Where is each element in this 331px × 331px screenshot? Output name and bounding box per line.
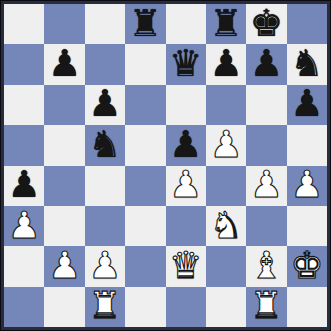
square-c5[interactable]: ♞ [85, 125, 125, 165]
square-f8[interactable]: ♜ [206, 4, 246, 44]
square-f6[interactable] [206, 85, 246, 125]
square-f5[interactable]: ♟ [206, 125, 246, 165]
square-d2[interactable] [125, 246, 165, 286]
black-rook-f8[interactable]: ♜ [209, 5, 242, 42]
square-e4[interactable]: ♟ [166, 166, 206, 206]
chess-board-frame: ♜♜♚♟♛♟♟♞♟♟♞♟♟♟♟♟♟♟♞♟♟♛♝♚♜♜ [0, 0, 331, 331]
square-c1[interactable]: ♜ [85, 287, 125, 327]
black-rook-d8[interactable]: ♜ [129, 5, 162, 42]
square-a8[interactable] [4, 4, 44, 44]
square-d6[interactable] [125, 85, 165, 125]
square-h1[interactable] [287, 287, 327, 327]
square-d8[interactable]: ♜ [125, 4, 165, 44]
square-f4[interactable] [206, 166, 246, 206]
square-e5[interactable]: ♟ [166, 125, 206, 165]
square-a3[interactable]: ♟ [4, 206, 44, 246]
square-e3[interactable] [166, 206, 206, 246]
square-b8[interactable] [44, 4, 84, 44]
square-h7[interactable]: ♞ [287, 44, 327, 84]
square-h2[interactable]: ♚ [287, 246, 327, 286]
square-c6[interactable]: ♟ [85, 85, 125, 125]
square-g8[interactable]: ♚ [246, 4, 286, 44]
square-b2[interactable]: ♟ [44, 246, 84, 286]
square-b5[interactable] [44, 125, 84, 165]
white-pawn-c2[interactable]: ♟ [88, 247, 121, 284]
square-h4[interactable]: ♟ [287, 166, 327, 206]
square-g6[interactable] [246, 85, 286, 125]
square-e1[interactable] [166, 287, 206, 327]
black-pawn-e5[interactable]: ♟ [169, 126, 202, 163]
square-f1[interactable] [206, 287, 246, 327]
square-b4[interactable] [44, 166, 84, 206]
square-f2[interactable] [206, 246, 246, 286]
square-d4[interactable] [125, 166, 165, 206]
square-d5[interactable] [125, 125, 165, 165]
square-d7[interactable] [125, 44, 165, 84]
black-knight-c5[interactable]: ♞ [88, 126, 121, 163]
white-pawn-e4[interactable]: ♟ [169, 166, 202, 203]
square-h8[interactable] [287, 4, 327, 44]
square-g7[interactable]: ♟ [246, 44, 286, 84]
white-pawn-b2[interactable]: ♟ [48, 247, 81, 284]
square-f7[interactable]: ♟ [206, 44, 246, 84]
black-pawn-h6[interactable]: ♟ [290, 85, 323, 122]
white-pawn-g4[interactable]: ♟ [250, 166, 283, 203]
white-bishop-g2[interactable]: ♝ [250, 247, 283, 284]
black-pawn-c6[interactable]: ♟ [88, 85, 121, 122]
square-g2[interactable]: ♝ [246, 246, 286, 286]
square-e8[interactable] [166, 4, 206, 44]
white-queen-e2[interactable]: ♛ [169, 247, 202, 284]
white-knight-f3[interactable]: ♞ [209, 207, 242, 244]
square-e2[interactable]: ♛ [166, 246, 206, 286]
black-pawn-b7[interactable]: ♟ [48, 45, 81, 82]
white-rook-c1[interactable]: ♜ [88, 287, 121, 324]
square-b7[interactable]: ♟ [44, 44, 84, 84]
black-pawn-f7[interactable]: ♟ [209, 45, 242, 82]
square-a5[interactable] [4, 125, 44, 165]
square-d1[interactable] [125, 287, 165, 327]
square-a1[interactable] [4, 287, 44, 327]
square-a6[interactable] [4, 85, 44, 125]
square-e7[interactable]: ♛ [166, 44, 206, 84]
square-g5[interactable] [246, 125, 286, 165]
white-pawn-h4[interactable]: ♟ [290, 166, 323, 203]
white-pawn-f5[interactable]: ♟ [209, 126, 242, 163]
white-king-h2[interactable]: ♚ [290, 247, 323, 284]
square-g3[interactable] [246, 206, 286, 246]
chess-board: ♜♜♚♟♛♟♟♞♟♟♞♟♟♟♟♟♟♟♞♟♟♛♝♚♜♜ [4, 4, 327, 327]
square-b6[interactable] [44, 85, 84, 125]
square-c4[interactable] [85, 166, 125, 206]
square-g1[interactable]: ♜ [246, 287, 286, 327]
black-knight-h7[interactable]: ♞ [290, 45, 323, 82]
black-pawn-g7[interactable]: ♟ [250, 45, 283, 82]
square-h6[interactable]: ♟ [287, 85, 327, 125]
square-h5[interactable] [287, 125, 327, 165]
square-c7[interactable] [85, 44, 125, 84]
black-pawn-a4[interactable]: ♟ [8, 166, 41, 203]
square-e6[interactable] [166, 85, 206, 125]
black-king-g8[interactable]: ♚ [250, 5, 283, 42]
square-h3[interactable] [287, 206, 327, 246]
square-c3[interactable] [85, 206, 125, 246]
square-c8[interactable] [85, 4, 125, 44]
square-f3[interactable]: ♞ [206, 206, 246, 246]
square-g4[interactable]: ♟ [246, 166, 286, 206]
square-d3[interactable] [125, 206, 165, 246]
square-a7[interactable] [4, 44, 44, 84]
square-c2[interactable]: ♟ [85, 246, 125, 286]
square-b1[interactable] [44, 287, 84, 327]
white-pawn-a3[interactable]: ♟ [8, 207, 41, 244]
square-a2[interactable] [4, 246, 44, 286]
square-a4[interactable]: ♟ [4, 166, 44, 206]
black-queen-e7[interactable]: ♛ [169, 45, 202, 82]
square-b3[interactable] [44, 206, 84, 246]
white-rook-g1[interactable]: ♜ [250, 287, 283, 324]
